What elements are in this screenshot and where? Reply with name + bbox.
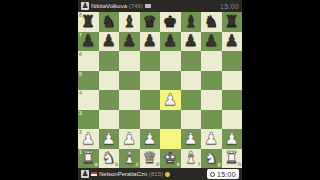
- white-pawn[interactable]: ♟: [225, 130, 239, 146]
- black-rook[interactable]: ♜: [225, 13, 239, 29]
- square-b7[interactable]: ♟: [99, 32, 120, 52]
- white-rook[interactable]: ♜: [225, 150, 239, 166]
- square-f8[interactable]: ♝: [181, 12, 202, 32]
- top-player-clock: 15:00: [220, 3, 239, 10]
- gold-membership-badge-icon: [165, 172, 170, 177]
- black-queen[interactable]: ♛: [143, 13, 157, 29]
- black-pawn[interactable]: ♟: [102, 33, 116, 49]
- bottom-player-bar: ♟ NelsonPeraltaCzn (815) 15:00: [78, 168, 242, 180]
- black-bishop[interactable]: ♝: [122, 13, 136, 29]
- white-knight[interactable]: ♞: [204, 150, 218, 166]
- bottom-player-name[interactable]: NelsonPeraltaCzn (815): [99, 171, 163, 177]
- bottom-player-rating: (815): [149, 171, 163, 177]
- black-rook[interactable]: ♜: [81, 13, 95, 29]
- square-g6[interactable]: [201, 51, 222, 71]
- white-pawn[interactable]: ♟: [122, 130, 136, 146]
- rank-label-5: 5: [79, 72, 82, 77]
- square-a7[interactable]: 7♟: [78, 32, 99, 52]
- rank-label-3: 3: [79, 111, 82, 116]
- square-g8[interactable]: ♞: [201, 12, 222, 32]
- square-d8[interactable]: ♛: [140, 12, 161, 32]
- white-bishop[interactable]: ♝: [184, 150, 198, 166]
- square-h1[interactable]: h♜: [222, 149, 243, 169]
- square-d4[interactable]: [140, 90, 161, 110]
- file-label-f: f: [198, 162, 200, 167]
- white-rook[interactable]: ♜: [81, 150, 95, 166]
- black-pawn[interactable]: ♟: [184, 33, 198, 49]
- white-pawn[interactable]: ♟: [102, 130, 116, 146]
- white-pawn[interactable]: ♟: [143, 130, 157, 146]
- square-h8[interactable]: ♜: [222, 12, 243, 32]
- square-e1[interactable]: e♚: [160, 149, 181, 169]
- black-bishop[interactable]: ♝: [184, 13, 198, 29]
- white-pawn[interactable]: ♟: [204, 130, 218, 146]
- square-d1[interactable]: d♛: [140, 149, 161, 169]
- bottom-player-clock active-clock: 15:00: [207, 169, 239, 179]
- square-g5[interactable]: [201, 71, 222, 91]
- square-e8[interactable]: ♚: [160, 12, 181, 32]
- white-pawn[interactable]: ♟: [81, 130, 95, 146]
- square-d6[interactable]: [140, 51, 161, 71]
- square-e7[interactable]: ♟: [160, 32, 181, 52]
- rank-label-4: 4: [79, 91, 82, 96]
- square-c2[interactable]: ♟: [119, 129, 140, 149]
- white-queen[interactable]: ♛: [143, 150, 157, 166]
- clock-icon: [210, 172, 215, 177]
- square-e3[interactable]: [160, 110, 181, 130]
- white-pawn[interactable]: ♟: [163, 91, 177, 107]
- chess-board[interactable]: 8♜♞♝♛♚♝♞♜7♟♟♟♟♟♟♟♟654♟32♟♟♟♟♟♟♟1a♜b♞c♝d♛…: [78, 12, 242, 168]
- black-pawn[interactable]: ♟: [81, 33, 95, 49]
- black-pawn[interactable]: ♟: [204, 33, 218, 49]
- square-f7[interactable]: ♟: [181, 32, 202, 52]
- square-h4[interactable]: [222, 90, 243, 110]
- country-flag-icon: [145, 4, 151, 8]
- square-d3[interactable]: [140, 110, 161, 130]
- square-e5[interactable]: [160, 71, 181, 91]
- square-b3[interactable]: [99, 110, 120, 130]
- top-player-avatar pawn-avatar-icon[interactable]: ♟: [81, 2, 89, 10]
- square-f6[interactable]: [181, 51, 202, 71]
- square-h7[interactable]: ♟: [222, 32, 243, 52]
- square-h2[interactable]: ♟: [222, 129, 243, 149]
- square-a2[interactable]: 2♟: [78, 129, 99, 149]
- top-player-name[interactable]: NikitaVolkova (746): [91, 3, 143, 9]
- white-knight[interactable]: ♞: [102, 150, 116, 166]
- white-pawn[interactable]: ♟: [184, 130, 198, 146]
- square-a3[interactable]: 3: [78, 110, 99, 130]
- square-c5[interactable]: [119, 71, 140, 91]
- square-c3[interactable]: [119, 110, 140, 130]
- square-a5[interactable]: 5: [78, 71, 99, 91]
- black-knight[interactable]: ♞: [102, 13, 116, 29]
- square-a6[interactable]: 6: [78, 51, 99, 71]
- square-f4[interactable]: [181, 90, 202, 110]
- bottom-player-avatar pawn-avatar-icon[interactable]: ♟: [81, 170, 89, 178]
- square-b2[interactable]: ♟: [99, 129, 120, 149]
- square-b8[interactable]: ♞: [99, 12, 120, 32]
- square-g1[interactable]: g♞: [201, 149, 222, 169]
- top-player-bar: ♟ NikitaVolkova (746) 15:00: [78, 0, 242, 12]
- square-d7[interactable]: ♟: [140, 32, 161, 52]
- rank-label-6: 6: [79, 52, 82, 57]
- black-pawn[interactable]: ♟: [163, 33, 177, 49]
- square-d5[interactable]: [140, 71, 161, 91]
- black-knight[interactable]: ♞: [204, 13, 218, 29]
- square-b5[interactable]: [99, 71, 120, 91]
- square-g7[interactable]: ♟: [201, 32, 222, 52]
- square-c6[interactable]: [119, 51, 140, 71]
- square-h3[interactable]: [222, 110, 243, 130]
- square-c7[interactable]: ♟: [119, 32, 140, 52]
- square-f2[interactable]: ♟: [181, 129, 202, 149]
- white-bishop[interactable]: ♝: [122, 150, 136, 166]
- square-b6[interactable]: [99, 51, 120, 71]
- square-f3[interactable]: [181, 110, 202, 130]
- country-flag-icon: [91, 172, 97, 176]
- square-c4[interactable]: [119, 90, 140, 110]
- square-f1[interactable]: f♝: [181, 149, 202, 169]
- black-pawn[interactable]: ♟: [143, 33, 157, 49]
- black-pawn[interactable]: ♟: [122, 33, 136, 49]
- square-f5[interactable]: [181, 71, 202, 91]
- square-h6[interactable]: [222, 51, 243, 71]
- square-a8[interactable]: 8♜: [78, 12, 99, 32]
- black-pawn[interactable]: ♟: [225, 33, 239, 49]
- square-a4[interactable]: 4: [78, 90, 99, 110]
- square-b1[interactable]: b♞: [99, 149, 120, 169]
- square-g4[interactable]: [201, 90, 222, 110]
- white-king[interactable]: ♚: [163, 150, 177, 166]
- square-d2[interactable]: ♟: [140, 129, 161, 149]
- square-g2[interactable]: ♟: [201, 129, 222, 149]
- square-h5[interactable]: [222, 71, 243, 91]
- black-king[interactable]: ♚: [163, 13, 177, 29]
- square-e2[interactable]: [160, 129, 181, 149]
- square-c1[interactable]: c♝: [119, 149, 140, 169]
- square-e4[interactable]: ♟: [160, 90, 181, 110]
- top-player-rating: (746): [129, 3, 143, 9]
- square-e6[interactable]: [160, 51, 181, 71]
- square-g3[interactable]: [201, 110, 222, 130]
- chess-app-screen: ♟ NikitaVolkova (746) 15:00 8♜♞♝♛♚♝♞♜7♟♟…: [0, 0, 320, 180]
- square-c8[interactable]: ♝: [119, 12, 140, 32]
- square-b4[interactable]: [99, 90, 120, 110]
- square-a1[interactable]: 1a♜: [78, 149, 99, 169]
